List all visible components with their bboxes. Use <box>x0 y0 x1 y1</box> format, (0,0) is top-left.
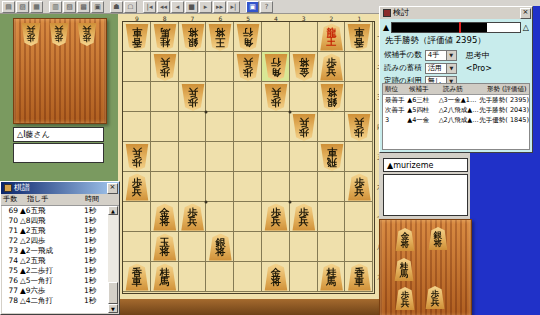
board-cell[interactable] <box>290 22 318 52</box>
col-move: 候補手 <box>409 84 443 94</box>
kifu-header-moveno: 手数 <box>1 194 21 205</box>
board-cell[interactable] <box>123 232 151 262</box>
board-cell[interactable] <box>290 262 318 292</box>
file-label: 3 <box>290 15 318 22</box>
option-candidates-label: 候補手の数 <box>384 50 422 60</box>
kifu-cell: 76 <box>2 276 20 286</box>
shogi-piece-歩兵[interactable]: 歩兵 <box>21 23 41 46</box>
board-cell[interactable] <box>262 232 290 262</box>
kifu-cell: 74 <box>2 256 20 266</box>
file-label: 4 <box>262 15 290 22</box>
hoshi-dot <box>288 201 291 204</box>
kifu-scrollbar-thumb[interactable] <box>108 282 118 304</box>
analysis-title: 検討 <box>393 7 409 19</box>
kifu-row[interactable]: 73▲2一飛成1秒 <box>2 246 108 256</box>
chevron-down-icon[interactable]: ▼ <box>446 64 456 73</box>
shogi-piece-歩兵[interactable]: 歩兵 <box>425 286 445 309</box>
kifu-row[interactable]: 77▲9六歩1秒 <box>2 286 108 296</box>
kifu-window-icon <box>4 184 12 192</box>
kifu-row[interactable]: 74△2五飛1秒 <box>2 256 108 266</box>
board-grid: 9一8二7三6四5五4六3七2八1九香車桂馬銀将王将角行龍王香車歩兵歩兵角行金将… <box>122 21 375 294</box>
kifu-close-button[interactable]: × <box>107 183 118 194</box>
board-cell[interactable] <box>206 142 234 172</box>
board-cell[interactable] <box>318 202 346 232</box>
board-cell[interactable] <box>179 262 207 292</box>
kifu-cell: 70 <box>2 216 20 226</box>
kifu-window: 棋譜 × 手数 指し手 時間 69▲6五飛1秒70△8四飛1秒71▲2五飛1秒7… <box>0 181 120 315</box>
kifu-cell: 78 <box>2 296 20 306</box>
kifu-cell: ▲2五飛 <box>20 226 84 236</box>
candidate-cell: 最善手 <box>383 95 407 105</box>
board-cell[interactable] <box>206 202 234 232</box>
kifu-cell: 1秒 <box>84 236 108 246</box>
reading-value: 活用 <box>428 64 442 72</box>
board-cell[interactable] <box>318 112 346 142</box>
board-cell[interactable] <box>151 172 179 202</box>
board-cell[interactable] <box>234 112 262 142</box>
board-cell[interactable] <box>345 232 373 262</box>
file-label: 5 <box>234 15 262 22</box>
board-cell[interactable] <box>262 142 290 172</box>
candidate-cell: 次善手 <box>383 105 407 115</box>
kifu-cell: 71 <box>2 226 20 236</box>
candidate-cell: ▲4一金 <box>407 115 438 125</box>
kifu-scroll-down-button[interactable]: ▼ <box>108 304 118 313</box>
kifu-cell: 1秒 <box>84 216 108 226</box>
board-cell[interactable] <box>234 202 262 232</box>
candidate-cell: ▲5四桂 <box>407 105 438 115</box>
board-setting-button[interactable]: ☖ <box>124 1 137 13</box>
kifu-cell: △4二角打 <box>20 296 84 306</box>
board-cell[interactable] <box>151 112 179 142</box>
candidate-table: 順位 候補手 読み筋 形勢 (評価値) 最善手▲6三桂△3一金▲1…先手勝勢( … <box>382 83 530 150</box>
last-move-button[interactable]: ▸| <box>227 1 240 13</box>
board-cell[interactable] <box>345 142 373 172</box>
board-cell[interactable] <box>179 112 207 142</box>
candidate-row[interactable]: 3▲4一金△2八飛成▲…先手優勢( 1845) <box>383 115 529 125</box>
kifu-cell: 77 <box>2 286 20 296</box>
kifu-header-move: 指し手 <box>21 194 85 205</box>
kifu-cell: 1秒 <box>84 226 108 236</box>
kifu-cell: 1秒 <box>84 206 108 216</box>
board-cell[interactable] <box>151 142 179 172</box>
gote-captured-tray: 歩兵歩兵歩兵 <box>13 18 107 124</box>
sente-player-name: ▲murizeme <box>383 158 468 172</box>
shogi-piece-銀将[interactable]: 銀将 <box>428 227 448 250</box>
board-cell[interactable] <box>262 112 290 142</box>
gote-mark: △ <box>523 23 529 32</box>
candidate-row[interactable]: 次善手▲5四桂△2八飛成▲…先手勝勢( 2043) <box>383 105 529 115</box>
file-label: 2 <box>318 15 346 22</box>
engine-label: <Pro> <box>466 64 492 73</box>
window-background-blue <box>470 153 540 315</box>
evaluation-bar-fill <box>392 23 486 32</box>
kifu-titlebar[interactable]: 棋譜 × <box>1 182 119 194</box>
kifu-move-list[interactable]: 69▲6五飛1秒70△8四飛1秒71▲2五飛1秒72△2四歩1秒73▲2一飛成1… <box>2 206 108 313</box>
board-cell[interactable] <box>179 52 207 82</box>
shogi-piece-歩兵[interactable]: 歩兵 <box>49 23 69 46</box>
sente-mark: ▲ <box>383 23 389 32</box>
evaluation-bar-tick <box>459 22 461 33</box>
reading-combo[interactable]: 活用 ▼ <box>425 63 457 74</box>
col-line: 読み筋 <box>443 84 487 94</box>
board-cell[interactable] <box>345 52 373 82</box>
flip-board-button[interactable]: ▣ <box>91 1 104 13</box>
kifu-cell: 1秒 <box>84 296 108 306</box>
kifu-cell: 72 <box>2 236 20 246</box>
gote-player-name: △I藤さん <box>13 127 104 142</box>
candidates-value: 4手 <box>428 51 439 59</box>
kifu-cell: △2四歩 <box>20 236 84 246</box>
candidate-cell: 先手優勢( 1845) <box>479 115 529 125</box>
back-10-button[interactable]: ◂◂ <box>157 1 170 13</box>
analysis-window-icon <box>383 9 391 17</box>
board-cell[interactable] <box>234 172 262 202</box>
candidates-combo[interactable]: 4手 ▼ <box>425 50 457 61</box>
candidate-cell: △2八飛成▲… <box>439 105 480 115</box>
board-cell[interactable] <box>234 232 262 262</box>
shogi-board: 9一8二7三6四5五4六3七2八1九香車桂馬銀将王将角行龍王香車歩兵歩兵角行金将… <box>118 14 382 315</box>
forward-10-button[interactable]: ▸▸ <box>213 1 226 13</box>
copy-kifu-button[interactable]: ▧ <box>63 1 76 13</box>
kifu-cell: 1秒 <box>84 256 108 266</box>
paste-kifu-button[interactable]: ▩ <box>77 1 90 13</box>
board-cell[interactable] <box>290 232 318 262</box>
sente-captured-tray: 金将銀将桂馬歩兵歩兵 <box>379 219 472 315</box>
analysis-window-button[interactable]: ▣ <box>246 1 259 13</box>
board-cell[interactable] <box>206 82 234 112</box>
kifu-row[interactable]: 72△2四歩1秒 <box>2 236 108 246</box>
candidate-cell: △3一金▲1… <box>439 95 480 105</box>
shogi-piece-桂馬[interactable]: 桂馬 <box>394 258 414 281</box>
board-cell[interactable] <box>318 232 346 262</box>
kifu-cell: ▲9六歩 <box>20 286 84 296</box>
kifu-scroll-up-button[interactable]: ▲ <box>108 206 118 215</box>
evaluation-bar <box>391 22 521 33</box>
shogi-piece-歩兵[interactable]: 歩兵 <box>395 287 415 310</box>
candidate-cell: ▲6三桂 <box>407 95 438 105</box>
kifu-row[interactable]: 71▲2五飛1秒 <box>2 226 108 236</box>
new-game-button[interactable]: ▤ <box>2 1 15 13</box>
hoshi-dot <box>288 111 291 114</box>
shogi-piece-歩兵[interactable]: 歩兵 <box>77 23 97 46</box>
kifu-row[interactable]: 75▲2二歩打1秒 <box>2 266 108 276</box>
board-cell[interactable] <box>262 172 290 202</box>
analysis-titlebar[interactable]: 検討 × <box>380 7 532 19</box>
board-cell[interactable] <box>318 172 346 202</box>
kifu-title: 棋譜 <box>14 182 30 194</box>
hoshi-dot <box>205 201 208 204</box>
edit-position-button[interactable]: ▥ <box>49 1 62 13</box>
board-cell[interactable] <box>290 142 318 172</box>
sente-info-box <box>383 174 468 216</box>
kifu-cell: ▲2二歩打 <box>20 266 84 276</box>
stop-button[interactable]: ■ <box>185 1 198 13</box>
candidate-cell: 先手勝勢( 2395) <box>479 95 529 105</box>
kifu-cell: △8四飛 <box>20 216 84 226</box>
kifu-row[interactable]: 76△5一角打1秒 <box>2 276 108 286</box>
board-wood-frame <box>118 299 382 315</box>
board-cell[interactable] <box>290 82 318 112</box>
board-cell[interactable] <box>206 52 234 82</box>
candidate-cell: △2八飛成▲… <box>439 115 480 125</box>
window-background-blue-strip <box>533 6 540 153</box>
board-cell[interactable] <box>262 22 290 52</box>
board-cell[interactable] <box>179 142 207 172</box>
gote-info-box <box>13 143 104 163</box>
candidate-table-header: 順位 候補手 読み筋 形勢 (評価値) <box>383 84 529 95</box>
board-cell[interactable] <box>290 172 318 202</box>
board-cell[interactable] <box>206 112 234 142</box>
board-cell[interactable] <box>123 52 151 82</box>
candidate-cell: 3 <box>383 115 407 125</box>
open-file-button[interactable]: ▨ <box>16 1 29 13</box>
kifu-cell: 73 <box>2 246 20 256</box>
col-eval: 形勢 (評価値) <box>487 84 529 94</box>
kifu-row[interactable]: 70△8四飛1秒 <box>2 216 108 226</box>
chevron-down-icon[interactable]: ▼ <box>446 51 456 60</box>
kifu-row[interactable]: 78△4二角打1秒 <box>2 296 108 306</box>
thinking-status: 思考中 <box>466 50 490 61</box>
kifu-cell: △5一角打 <box>20 276 84 286</box>
piece-stand-button[interactable]: ☗ <box>110 1 123 13</box>
col-rank: 順位 <box>383 84 409 94</box>
kifu-cell: 75 <box>2 266 20 276</box>
judgement-text: 先手勝勢（評価値 2395） <box>385 35 486 47</box>
kifu-cell: 1秒 <box>84 246 108 256</box>
kifu-cell: 69 <box>2 206 20 216</box>
board-cell[interactable] <box>123 82 151 112</box>
file-label: 9 <box>123 15 151 22</box>
forward-1-button[interactable]: ▸ <box>199 1 212 13</box>
board-cell[interactable] <box>345 202 373 232</box>
board-cell[interactable] <box>345 82 373 112</box>
board-cell[interactable] <box>206 262 234 292</box>
candidate-cell: 先手勝勢( 2043) <box>479 105 529 115</box>
board-cell[interactable] <box>206 172 234 202</box>
file-label: 6 <box>206 15 234 22</box>
kifu-cell: 1秒 <box>84 286 108 296</box>
board-cell[interactable] <box>234 82 262 112</box>
save-file-button[interactable]: ▦ <box>30 1 43 13</box>
analysis-close-button[interactable]: × <box>520 8 531 19</box>
shogi-piece-金将[interactable]: 金将 <box>395 228 415 251</box>
board-cell[interactable] <box>179 232 207 262</box>
option-reading: 読みの蓄積 活用 ▼ <Pro> <box>384 62 492 74</box>
kifu-scrollbar[interactable]: ▲ ▼ <box>108 206 118 313</box>
hoshi-dot <box>205 111 208 114</box>
board-cell[interactable] <box>234 142 262 172</box>
board-cell[interactable] <box>151 82 179 112</box>
candidate-row[interactable]: 最善手▲6三桂△3一金▲1…先手勝勢( 2395) <box>383 95 529 105</box>
board-cell[interactable] <box>123 112 151 142</box>
kifu-row[interactable]: 69▲6五飛1秒 <box>2 206 108 216</box>
board-cell[interactable] <box>179 172 207 202</box>
option-candidates: 候補手の数 4手 ▼ 思考中 <box>384 49 490 61</box>
analysis-window: 検討 × ▲ △ 先手勝勢（評価値 2395） 候補手の数 4手 ▼ 思考中 読… <box>379 6 533 153</box>
kifu-cell: ▲6五飛 <box>20 206 84 216</box>
file-label: 7 <box>179 15 207 22</box>
file-label: 1 <box>345 15 373 22</box>
kifu-cell: 1秒 <box>84 276 108 286</box>
option-reading-label: 読みの蓄積 <box>384 63 422 73</box>
kifu-cell: ▲2一飛成 <box>20 246 84 256</box>
kifu-header-time: 時間 <box>85 194 99 205</box>
board-cell[interactable] <box>123 202 151 232</box>
board-cell[interactable] <box>234 262 262 292</box>
file-label: 8 <box>151 15 179 22</box>
help-button[interactable]: ? <box>260 1 273 13</box>
first-move-button[interactable]: |◂ <box>143 1 156 13</box>
kifu-header-row: 手数 指し手 時間 <box>1 194 119 206</box>
kifu-cell: △2五飛 <box>20 256 84 266</box>
back-1-button[interactable]: ◂ <box>171 1 184 13</box>
kifu-cell: 1秒 <box>84 266 108 276</box>
